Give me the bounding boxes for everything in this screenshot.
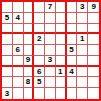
cell-r4c1[interactable]	[2, 34, 13, 45]
cell-r2c2[interactable]: 4	[13, 13, 24, 24]
cell-r3c7[interactable]	[67, 24, 78, 35]
cell-r4c8[interactable]: 1	[77, 34, 88, 45]
cell-r7c8[interactable]	[77, 67, 88, 78]
cell-r4c9[interactable]	[88, 34, 99, 45]
cell-r2c3[interactable]	[24, 13, 35, 24]
cell-r9c1[interactable]: 3	[2, 88, 13, 99]
cell-r6c8[interactable]	[77, 56, 88, 67]
cell-r5c4[interactable]	[34, 45, 45, 56]
cell-r9c3[interactable]	[24, 88, 35, 99]
cell-r1c2[interactable]	[13, 2, 24, 13]
cell-r5c3[interactable]	[24, 45, 35, 56]
cell-r7c7[interactable]: 4	[67, 67, 78, 78]
cell-r8c2[interactable]	[13, 77, 24, 88]
cell-r5c8[interactable]	[77, 45, 88, 56]
cell-r6c5[interactable]: 3	[45, 56, 56, 67]
cell-r1c8[interactable]: 3	[77, 2, 88, 13]
cell-r5c7[interactable]: 5	[67, 45, 78, 56]
cell-r7c5[interactable]	[45, 67, 56, 78]
cell-r4c2[interactable]	[13, 34, 24, 45]
cell-r6c2[interactable]	[13, 56, 24, 67]
cell-r9c5[interactable]	[45, 88, 56, 99]
cell-r4c3[interactable]	[24, 34, 35, 45]
sudoku-board: 73954216593614853	[0, 0, 101, 101]
cell-r5c9[interactable]	[88, 45, 99, 56]
cell-r3c9[interactable]	[88, 24, 99, 35]
cell-r7c1[interactable]	[2, 67, 13, 78]
cell-r6c4[interactable]	[34, 56, 45, 67]
cell-r4c4[interactable]: 2	[34, 34, 45, 45]
cell-r1c5[interactable]: 7	[45, 2, 56, 13]
cell-r2c6[interactable]	[56, 13, 67, 24]
cell-r8c7[interactable]	[67, 77, 78, 88]
cell-r2c4[interactable]	[34, 13, 45, 24]
cell-r4c6[interactable]	[56, 34, 67, 45]
cell-r8c1[interactable]	[2, 77, 13, 88]
cell-r9c2[interactable]	[13, 88, 24, 99]
cell-r5c2[interactable]: 6	[13, 45, 24, 56]
cell-r8c8[interactable]	[77, 77, 88, 88]
cell-r1c3[interactable]	[24, 2, 35, 13]
cell-r8c6[interactable]	[56, 77, 67, 88]
cell-r6c9[interactable]	[88, 56, 99, 67]
cell-r8c9[interactable]	[88, 77, 99, 88]
cell-r2c1[interactable]: 5	[2, 13, 13, 24]
cell-r6c7[interactable]	[67, 56, 78, 67]
cell-r2c5[interactable]	[45, 13, 56, 24]
cell-r1c1[interactable]	[2, 2, 13, 13]
cell-r2c7[interactable]	[67, 13, 78, 24]
cell-r3c1[interactable]	[2, 24, 13, 35]
cell-r2c9[interactable]	[88, 13, 99, 24]
cell-r1c9[interactable]: 9	[88, 2, 99, 13]
cell-r8c3[interactable]: 8	[24, 77, 35, 88]
cell-r5c1[interactable]	[2, 45, 13, 56]
cell-r4c7[interactable]	[67, 34, 78, 45]
cell-r5c6[interactable]	[56, 45, 67, 56]
cell-r4c5[interactable]	[45, 34, 56, 45]
cell-r2c8[interactable]	[77, 13, 88, 24]
cell-r3c2[interactable]	[13, 24, 24, 35]
cell-r3c4[interactable]	[34, 24, 45, 35]
cell-r3c5[interactable]	[45, 24, 56, 35]
cell-r9c4[interactable]	[34, 88, 45, 99]
cell-r9c8[interactable]	[77, 88, 88, 99]
cell-r9c7[interactable]	[67, 88, 78, 99]
cell-r9c6[interactable]	[56, 88, 67, 99]
cell-r7c6[interactable]: 1	[56, 67, 67, 78]
cell-r5c5[interactable]	[45, 45, 56, 56]
cell-r3c3[interactable]	[24, 24, 35, 35]
cell-r8c4[interactable]: 5	[34, 77, 45, 88]
cell-r1c4[interactable]	[34, 2, 45, 13]
cell-r7c2[interactable]	[13, 67, 24, 78]
cell-r1c6[interactable]	[56, 2, 67, 13]
cell-r7c9[interactable]	[88, 67, 99, 78]
cell-r3c8[interactable]	[77, 24, 88, 35]
cell-r3c6[interactable]	[56, 24, 67, 35]
cell-r8c5[interactable]	[45, 77, 56, 88]
cell-r7c4[interactable]: 6	[34, 67, 45, 78]
cell-r6c3[interactable]: 9	[24, 56, 35, 67]
cell-r6c6[interactable]	[56, 56, 67, 67]
cell-r6c1[interactable]	[2, 56, 13, 67]
cell-r9c9[interactable]	[88, 88, 99, 99]
cell-r7c3[interactable]	[24, 67, 35, 78]
cell-r1c7[interactable]	[67, 2, 78, 13]
